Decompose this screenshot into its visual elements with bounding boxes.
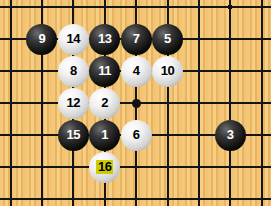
board-intersection: 1 (89, 119, 120, 151)
board-intersection: 14 (58, 23, 89, 55)
move-number: 6 (133, 128, 140, 142)
move-number: 9 (39, 32, 46, 46)
move-number: 7 (133, 32, 140, 46)
stone-white-12: 12 (58, 88, 89, 119)
board-intersection: 15 (58, 119, 89, 151)
stone-black-1: 1 (89, 120, 120, 151)
stone-black-9: 9 (26, 24, 57, 55)
stones-layer: 12345678910111213141516 (0, 0, 271, 206)
stone-black-15: 15 (58, 120, 89, 151)
board-intersection: 2 (89, 87, 120, 119)
move-number: 1 (101, 128, 108, 142)
last-move-number-highlighted: 16 (96, 160, 113, 174)
stone-black-5: 5 (152, 24, 183, 55)
board-intersection: 5 (152, 23, 183, 55)
move-number: 2 (101, 96, 108, 110)
move-number: 11 (98, 64, 111, 78)
stone-black-3: 3 (215, 120, 246, 151)
stone-white-6: 6 (121, 120, 152, 151)
move-number: 14 (67, 32, 80, 46)
move-number: 12 (67, 96, 80, 110)
board-intersection: 4 (120, 55, 151, 87)
board-intersection: 16 (89, 151, 120, 183)
board-intersection: 13 (89, 23, 120, 55)
board-intersection: 12 (58, 87, 89, 119)
go-board[interactable]: 12345678910111213141516 (0, 0, 271, 206)
stone-black-13: 13 (89, 24, 120, 55)
board-intersection: 7 (120, 23, 151, 55)
board-intersection: 3 (215, 119, 246, 151)
move-number: 8 (70, 64, 77, 78)
move-number: 5 (164, 32, 171, 46)
stone-white-8: 8 (58, 56, 89, 87)
stone-white-2: 2 (89, 88, 120, 119)
stone-white-10: 10 (152, 56, 183, 87)
move-number: 15 (67, 128, 80, 142)
board-intersection: 9 (26, 23, 57, 55)
board-intersection: 11 (89, 55, 120, 87)
board-intersection: 6 (120, 119, 151, 151)
stone-white-14: 14 (58, 24, 89, 55)
stone-white-16: 16 (89, 152, 120, 183)
move-number: 3 (227, 128, 234, 142)
stone-black-11: 11 (89, 56, 120, 87)
stone-black-7: 7 (121, 24, 152, 55)
move-number: 4 (133, 64, 140, 78)
stone-white-4: 4 (121, 56, 152, 87)
board-intersection: 10 (152, 55, 183, 87)
move-number: 13 (98, 32, 111, 46)
board-intersection: 8 (58, 55, 89, 87)
move-number: 10 (161, 64, 174, 78)
